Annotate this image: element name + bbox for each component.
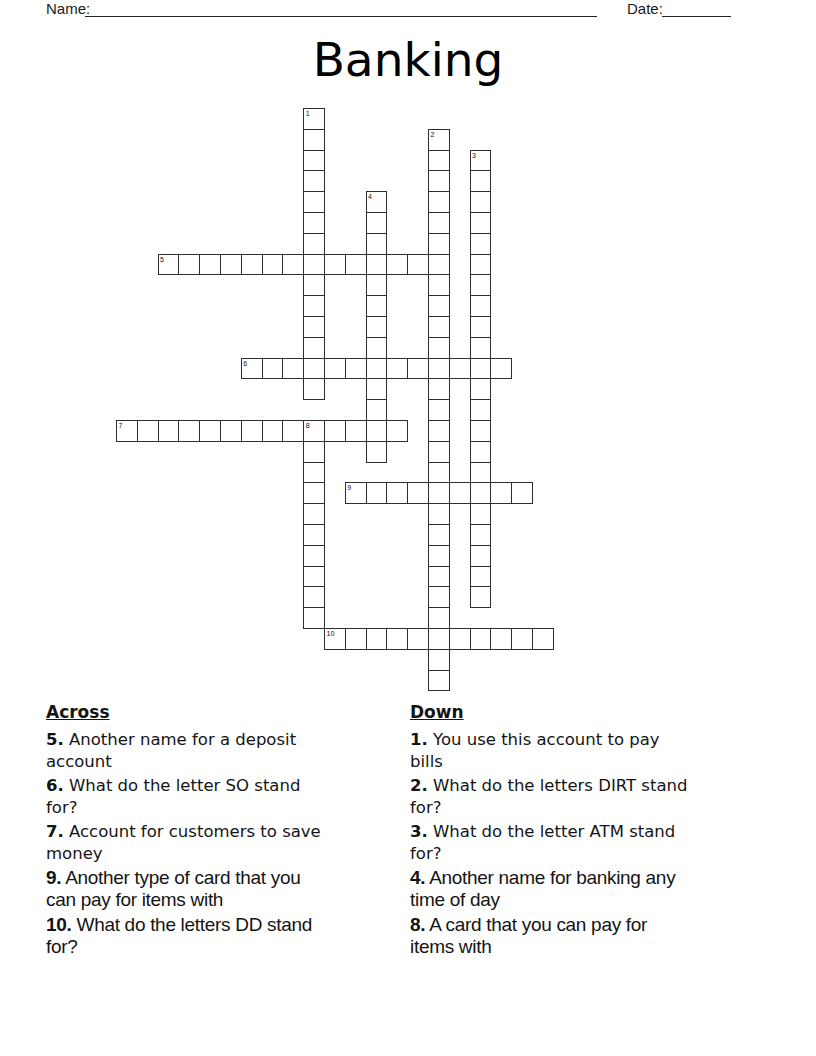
grid-cell[interactable] — [262, 358, 284, 380]
grid-cell[interactable] — [449, 482, 471, 504]
grid-cell[interactable] — [428, 524, 450, 546]
grid-cell[interactable] — [428, 378, 450, 400]
across-heading: Across — [46, 701, 402, 723]
grid-clue-number: 1 — [306, 110, 310, 117]
clue-item: 7. Account for customers to savemoney — [46, 821, 402, 864]
grid-cell[interactable] — [428, 649, 450, 671]
grid-cell[interactable] — [470, 482, 492, 504]
grid-cell[interactable] — [220, 254, 242, 276]
grid-cell[interactable] — [428, 420, 450, 442]
grid-cell[interactable] — [428, 191, 450, 213]
name-label: Name: — [46, 0, 90, 18]
grid-cell[interactable] — [428, 670, 450, 692]
grid-clue-number: 10 — [327, 630, 335, 637]
grid-cell[interactable] — [470, 274, 492, 296]
grid-cell[interactable] — [428, 170, 450, 192]
grid-cell[interactable] — [490, 628, 512, 650]
grid-clue-number: 6 — [243, 360, 247, 367]
grid-cell[interactable] — [428, 337, 450, 359]
grid-cell[interactable] — [303, 274, 325, 296]
clue-item: 5. Another name for a depositaccount — [46, 729, 402, 772]
grid-cell[interactable] — [158, 420, 180, 442]
grid-cell[interactable] — [262, 420, 284, 442]
grid-cell[interactable] — [470, 254, 492, 276]
grid-clue-number: 4 — [368, 193, 372, 200]
grid-cell[interactable] — [428, 150, 450, 172]
grid-cell[interactable] — [345, 358, 367, 380]
grid-cell[interactable] — [262, 254, 284, 276]
clue-number: 7. — [46, 822, 64, 841]
grid-cell[interactable] — [303, 254, 325, 276]
clue-number: 4. — [410, 867, 425, 888]
clue-number: 1. — [410, 730, 428, 749]
grid-cell[interactable] — [303, 462, 325, 484]
grid-cell[interactable] — [303, 295, 325, 317]
grid-cell[interactable] — [303, 358, 325, 380]
grid-cell[interactable] — [303, 170, 325, 192]
down-heading: Down — [410, 701, 766, 723]
across-clues-column: Across 5. Another name for a depositacco… — [46, 701, 402, 961]
grid-cell[interactable] — [428, 462, 450, 484]
grid-cell[interactable] — [303, 150, 325, 172]
grid-clue-number: 9 — [347, 484, 351, 491]
grid-cell[interactable] — [324, 358, 346, 380]
grid-cell[interactable] — [428, 482, 450, 504]
grid-cell[interactable] — [470, 462, 492, 484]
grid-cell[interactable] — [470, 233, 492, 255]
grid-cell[interactable] — [470, 420, 492, 442]
grid-cell[interactable] — [303, 337, 325, 359]
grid-cell[interactable] — [470, 524, 492, 546]
grid-cell[interactable] — [428, 274, 450, 296]
grid-clue-number: 5 — [160, 256, 164, 263]
grid-cell[interactable] — [470, 378, 492, 400]
grid-cell[interactable] — [470, 295, 492, 317]
grid-cell[interactable] — [428, 358, 450, 380]
clue-item: 1. You use this account to paybills — [410, 729, 766, 772]
grid-cell[interactable] — [303, 482, 325, 504]
clue-number: 10. — [46, 914, 72, 935]
grid-cell[interactable] — [428, 566, 450, 588]
grid-cell[interactable] — [303, 441, 325, 463]
grid-cell[interactable] — [386, 628, 408, 650]
grid-cell[interactable] — [303, 524, 325, 546]
grid-cell[interactable] — [366, 482, 388, 504]
grid-cell[interactable] — [470, 566, 492, 588]
clue-item: 10. What do the letters DD standfor? — [46, 914, 402, 959]
grid-cell[interactable] — [303, 378, 325, 400]
grid-cell[interactable] — [324, 420, 346, 442]
clue-number: 3. — [410, 822, 428, 841]
grid-cell[interactable] — [366, 358, 388, 380]
grid-cell[interactable] — [345, 420, 367, 442]
grid-cell[interactable] — [303, 212, 325, 234]
grid-cell[interactable] — [470, 503, 492, 525]
grid-cell[interactable] — [428, 545, 450, 567]
grid-cell[interactable] — [386, 358, 408, 380]
clue-number: 6. — [46, 776, 64, 795]
grid-cell[interactable] — [490, 482, 512, 504]
grid-cell[interactable] — [407, 358, 429, 380]
grid-cell[interactable] — [470, 628, 492, 650]
grid-cell[interactable] — [428, 233, 450, 255]
grid-cell[interactable] — [470, 545, 492, 567]
clue-number: 5. — [46, 730, 64, 749]
grid-cell[interactable] — [303, 316, 325, 338]
grid-cell[interactable] — [386, 482, 408, 504]
clue-item: 2. What do the letters DIRT standfor? — [410, 775, 766, 818]
grid-cell[interactable] — [303, 129, 325, 151]
grid-cell[interactable] — [428, 212, 450, 234]
grid-cell[interactable] — [449, 628, 471, 650]
grid-cell[interactable] — [366, 212, 388, 234]
down-clue-list: 1. You use this account to paybills2. Wh… — [410, 729, 766, 958]
grid-cell[interactable] — [366, 628, 388, 650]
grid-clue-number: 7 — [119, 422, 123, 429]
grid-cell[interactable] — [428, 399, 450, 421]
grid-cell[interactable] — [470, 316, 492, 338]
grid-cell[interactable] — [178, 254, 200, 276]
grid-cell[interactable] — [366, 378, 388, 400]
grid-cell[interactable] — [470, 212, 492, 234]
grid-cell[interactable] — [511, 628, 533, 650]
down-clues-column: Down 1. You use this account to paybills… — [410, 701, 766, 961]
grid-cell[interactable] — [470, 191, 492, 213]
grid-cell[interactable] — [470, 441, 492, 463]
grid-cell[interactable] — [366, 233, 388, 255]
grid-cell[interactable] — [470, 358, 492, 380]
grid-cell[interactable] — [199, 420, 221, 442]
grid-cell[interactable] — [470, 399, 492, 421]
grid-cell[interactable] — [428, 628, 450, 650]
grid-cell[interactable] — [220, 420, 242, 442]
grid-cell[interactable] — [428, 503, 450, 525]
grid-cell[interactable] — [178, 420, 200, 442]
grid-cell[interactable] — [366, 254, 388, 276]
grid-cell[interactable] — [137, 420, 159, 442]
grid-cell[interactable] — [428, 254, 450, 276]
grid-cell[interactable] — [199, 254, 221, 276]
grid-cell[interactable] — [428, 586, 450, 608]
date-blank-line[interactable] — [662, 0, 731, 17]
grid-cell[interactable] — [470, 337, 492, 359]
grid-cell[interactable] — [324, 254, 346, 276]
grid-cell[interactable] — [449, 358, 471, 380]
worksheet-page: Name: Date: Banking 12345678910 Across 5… — [0, 0, 816, 1056]
grid-cell[interactable] — [303, 607, 325, 629]
grid-cell[interactable] — [282, 358, 304, 380]
grid-cell[interactable] — [470, 586, 492, 608]
grid-cell[interactable] — [366, 337, 388, 359]
grid-cell[interactable] — [345, 628, 367, 650]
grid-clue-number: 3 — [472, 152, 476, 159]
grid-clue-number: 2 — [431, 131, 435, 138]
grid-cell[interactable] — [407, 482, 429, 504]
grid-cell[interactable] — [303, 191, 325, 213]
grid-cell[interactable] — [241, 254, 263, 276]
grid-cell[interactable] — [407, 254, 429, 276]
clue-item: 9. Another type of card that youcan pay … — [46, 867, 402, 912]
grid-cell[interactable] — [282, 420, 304, 442]
grid-cell[interactable] — [386, 420, 408, 442]
grid-cell[interactable] — [532, 628, 554, 650]
grid-cell[interactable] — [470, 170, 492, 192]
grid-cell[interactable] — [490, 358, 512, 380]
grid-cell[interactable] — [303, 566, 325, 588]
grid-cell[interactable] — [428, 316, 450, 338]
name-blank-line[interactable] — [85, 0, 597, 17]
clue-item: 6. What do the letter SO standfor? — [46, 775, 402, 818]
grid-cell[interactable] — [428, 295, 450, 317]
grid-cell[interactable] — [407, 628, 429, 650]
date-label: Date: — [627, 0, 663, 18]
grid-cell[interactable] — [366, 295, 388, 317]
page-title: Banking — [0, 32, 816, 87]
grid-cell[interactable] — [366, 441, 388, 463]
grid-cell[interactable] — [241, 420, 263, 442]
clue-item: 8. A card that you can pay foritems with — [410, 914, 766, 959]
clue-number: 2. — [410, 776, 428, 795]
crossword-grid: 12345678910 — [116, 108, 554, 692]
grid-cell[interactable] — [428, 607, 450, 629]
grid-cell[interactable] — [303, 545, 325, 567]
grid-cell[interactable] — [366, 316, 388, 338]
grid-cell[interactable] — [511, 482, 533, 504]
clue-number: 9. — [46, 867, 61, 888]
grid-cell[interactable] — [366, 399, 388, 421]
grid-cell[interactable] — [366, 274, 388, 296]
across-clue-list: 5. Another name for a depositaccount6. W… — [46, 729, 402, 958]
grid-cell[interactable] — [386, 254, 408, 276]
clue-item: 4. Another name for banking anytime of d… — [410, 867, 766, 912]
clue-item: 3. What do the letter ATM standfor? — [410, 821, 766, 864]
grid-cell[interactable] — [303, 586, 325, 608]
grid-cell[interactable] — [428, 441, 450, 463]
grid-cell[interactable] — [303, 503, 325, 525]
grid-cell[interactable] — [282, 254, 304, 276]
clue-number: 8. — [410, 914, 425, 935]
grid-cell[interactable] — [345, 254, 367, 276]
grid-cell[interactable] — [303, 233, 325, 255]
grid-clue-number: 8 — [306, 422, 310, 429]
grid-cell[interactable] — [366, 420, 388, 442]
